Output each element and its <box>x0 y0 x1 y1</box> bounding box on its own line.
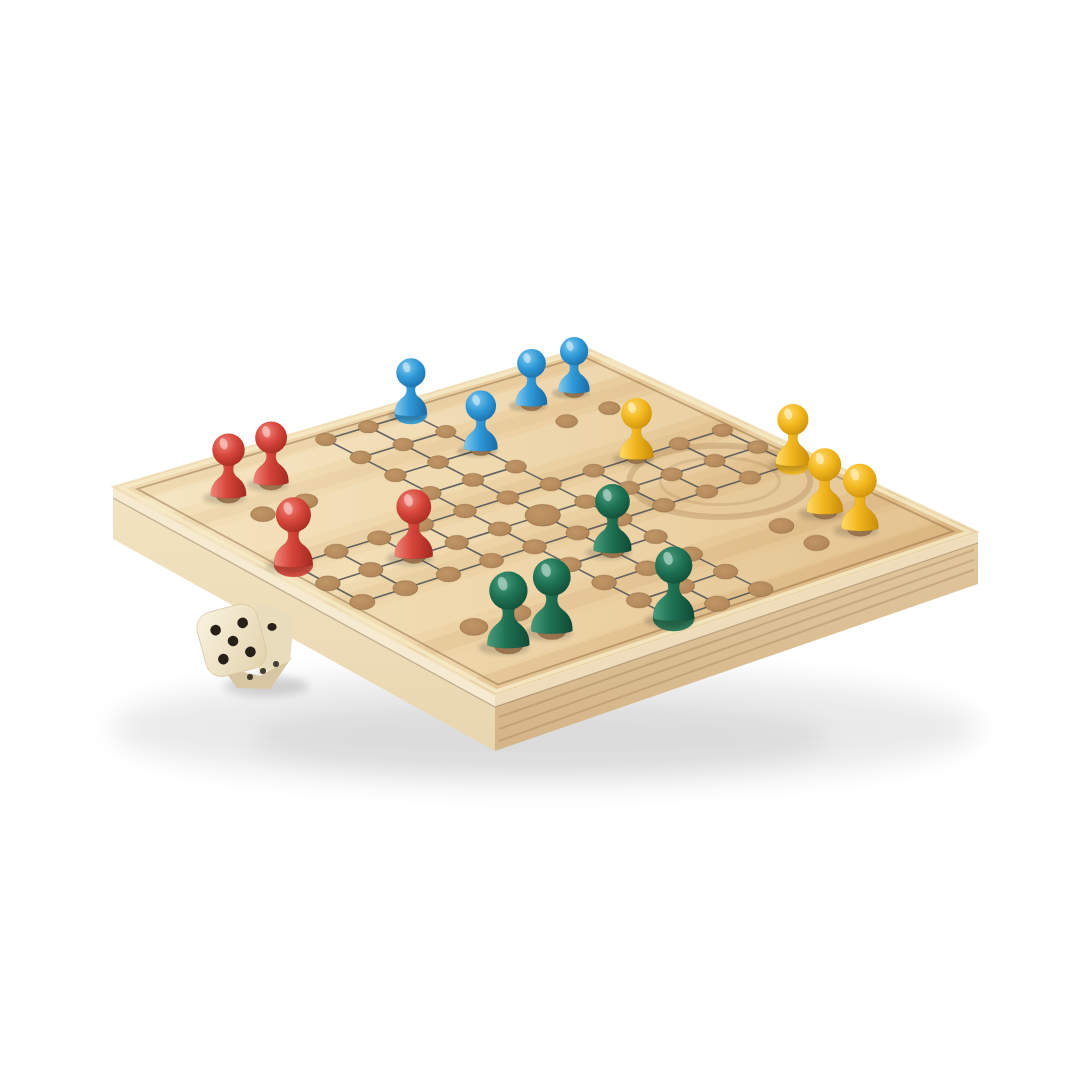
home-hole-green <box>460 618 488 635</box>
home-hole-blue <box>599 402 621 415</box>
pawn-head <box>212 434 244 466</box>
home-hole-blue <box>556 415 578 428</box>
die-pip <box>247 674 253 680</box>
home-hole-yellow <box>804 535 830 551</box>
pawn-head <box>396 489 431 524</box>
die-pip <box>273 661 279 667</box>
pawn-head <box>808 448 841 481</box>
pawn-head <box>843 464 877 498</box>
pawn-head <box>466 390 496 420</box>
ludo-board-photo <box>0 0 1080 1080</box>
pawn-head <box>517 349 546 378</box>
pawn-head <box>255 422 287 454</box>
product-photo-scene <box>0 0 1080 1080</box>
pawn-head <box>276 497 311 532</box>
die-pip <box>267 623 276 631</box>
pawn-head <box>533 558 571 596</box>
pawn-head <box>777 404 808 435</box>
pawn-head <box>489 572 527 610</box>
pawn-head <box>560 337 588 365</box>
pawn-head <box>595 484 630 519</box>
pawn-head <box>396 358 425 387</box>
pawn-head <box>655 547 692 584</box>
die-pip <box>260 668 266 674</box>
home-hole-red <box>251 507 276 522</box>
home-hole-yellow <box>769 518 794 533</box>
pawn-blue-3-start[interactable] <box>388 358 427 421</box>
pawn-head <box>621 398 652 429</box>
